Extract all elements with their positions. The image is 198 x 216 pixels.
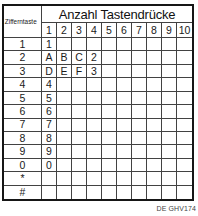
grid-cell — [162, 132, 177, 145]
grid-cell — [132, 92, 147, 105]
grid-cell — [132, 51, 147, 64]
grid-cell — [177, 145, 192, 158]
row-label: 0 — [4, 159, 42, 172]
column-header: 8 — [147, 23, 162, 38]
grid-cell — [147, 38, 162, 51]
grid-cell — [57, 38, 72, 51]
grid-cell — [72, 145, 87, 158]
column-header: 7 — [132, 23, 147, 38]
grid-cell — [132, 119, 147, 132]
corner-label-cell: Zifferntaste — [4, 6, 42, 38]
grid-cell — [57, 132, 72, 145]
grid-cell — [72, 78, 87, 91]
grid-cell — [117, 105, 132, 118]
grid-cell — [117, 51, 132, 64]
column-header: 5 — [102, 23, 117, 38]
grid-cell — [177, 38, 192, 51]
grid-cell — [57, 92, 72, 105]
grid-cell: 4 — [42, 78, 57, 91]
figure-caption: DE GHV174 — [157, 205, 196, 212]
grid-cell — [57, 172, 72, 185]
grid-cell — [147, 105, 162, 118]
grid-cell — [162, 186, 177, 199]
row-label: * — [4, 172, 42, 185]
grid-cell — [132, 105, 147, 118]
grid-cell — [87, 38, 102, 51]
grid-cell — [72, 132, 87, 145]
grid-cell — [162, 65, 177, 78]
grid-cell — [177, 172, 192, 185]
grid-cell — [117, 38, 132, 51]
grid-cell — [87, 145, 102, 158]
grid-cell — [147, 186, 162, 199]
column-header: 6 — [117, 23, 132, 38]
grid-cell — [162, 172, 177, 185]
grid-cell — [42, 172, 57, 185]
grid-cell — [102, 38, 117, 51]
grid-cell — [87, 92, 102, 105]
grid-cell — [132, 186, 147, 199]
grid-cell — [87, 159, 102, 172]
grid-cell — [117, 159, 132, 172]
grid-cell — [117, 92, 132, 105]
grid-cell — [57, 78, 72, 91]
grid-cell — [132, 78, 147, 91]
grid-cell — [72, 119, 87, 132]
grid-cell — [102, 105, 117, 118]
grid-cell — [87, 132, 102, 145]
grid-cell — [132, 132, 147, 145]
grid-cell — [132, 172, 147, 185]
grid-cell — [87, 119, 102, 132]
grid-cell — [117, 172, 132, 185]
grid-cell: 7 — [42, 119, 57, 132]
grid-cell — [102, 159, 117, 172]
grid-cell — [102, 119, 117, 132]
grid-cell — [177, 51, 192, 64]
grid-cell — [102, 65, 117, 78]
grid-cell: D — [42, 65, 57, 78]
grid-cell — [87, 78, 102, 91]
grid-cell: 3 — [87, 65, 102, 78]
grid-cell — [162, 51, 177, 64]
grid-cell: F — [72, 65, 87, 78]
grid-cell — [147, 65, 162, 78]
row-label: 6 — [4, 105, 42, 118]
grid-cell — [102, 92, 117, 105]
grid-cell — [147, 51, 162, 64]
table-title: Anzahl Tastendrücke — [42, 6, 192, 23]
grid-cell — [87, 105, 102, 118]
column-header: 2 — [57, 23, 72, 38]
grid-cell — [102, 132, 117, 145]
grid-cell — [177, 159, 192, 172]
row-label: 1 — [4, 38, 42, 51]
grid-cell — [72, 38, 87, 51]
grid-cell — [102, 51, 117, 64]
grid-cell — [147, 172, 162, 185]
row-label: 3 — [4, 65, 42, 78]
figure: Zifferntaste Anzahl Tastendrücke 1234567… — [0, 0, 198, 216]
grid-cell: 5 — [42, 92, 57, 105]
grid-cell — [162, 105, 177, 118]
grid-cell — [147, 145, 162, 158]
grid-cell — [147, 159, 162, 172]
grid-cell — [117, 65, 132, 78]
grid-cell — [162, 119, 177, 132]
grid-cell — [132, 38, 147, 51]
grid-cell: C — [72, 51, 87, 64]
grid-cell — [177, 65, 192, 78]
grid-cell — [102, 145, 117, 158]
grid-cell — [147, 119, 162, 132]
row-label: 7 — [4, 119, 42, 132]
grid-cell — [102, 186, 117, 199]
corner-label: Zifferntaste — [4, 18, 37, 26]
grid-cell — [87, 172, 102, 185]
grid-cell — [117, 186, 132, 199]
row-label: # — [4, 186, 42, 199]
grid-cell: 6 — [42, 105, 57, 118]
grid-cell — [162, 159, 177, 172]
column-header: 9 — [162, 23, 177, 38]
grid-cell: A — [42, 51, 57, 64]
grid-cell — [162, 38, 177, 51]
grid-cell — [117, 132, 132, 145]
grid-cell — [72, 159, 87, 172]
column-header: 4 — [87, 23, 102, 38]
grid-cell — [162, 92, 177, 105]
grid-cell — [57, 159, 72, 172]
grid-cell — [117, 78, 132, 91]
grid-cell — [42, 186, 57, 199]
grid-cell — [57, 145, 72, 158]
grid-cell — [57, 186, 72, 199]
grid-cell: 8 — [42, 132, 57, 145]
grid-cell — [102, 172, 117, 185]
grid-cell — [72, 172, 87, 185]
grid-cell — [132, 159, 147, 172]
grid-cell — [177, 119, 192, 132]
grid-cell — [132, 65, 147, 78]
column-header: 10 — [177, 23, 192, 38]
grid-cell — [132, 145, 147, 158]
grid-cell — [102, 78, 117, 91]
grid-cell — [177, 78, 192, 91]
row-label: 4 — [4, 78, 42, 91]
grid-cell — [72, 186, 87, 199]
grid-cell — [147, 92, 162, 105]
row-label: 5 — [4, 92, 42, 105]
grid-cell — [57, 105, 72, 118]
grid-cell: 0 — [42, 159, 57, 172]
keypress-table: Zifferntaste Anzahl Tastendrücke 1234567… — [2, 4, 194, 201]
grid-cell — [57, 119, 72, 132]
grid-cell: E — [57, 65, 72, 78]
grid-cell — [162, 78, 177, 91]
grid-cell: B — [57, 51, 72, 64]
column-header: 1 — [42, 23, 57, 38]
grid-cell — [177, 105, 192, 118]
grid-cell — [177, 92, 192, 105]
row-label: 2 — [4, 51, 42, 64]
grid-cell — [177, 186, 192, 199]
grid-cell — [117, 145, 132, 158]
row-label: 9 — [4, 145, 42, 158]
grid-cell — [87, 186, 102, 199]
grid-cell — [177, 132, 192, 145]
grid-cell — [72, 92, 87, 105]
grid-cell: 1 — [42, 38, 57, 51]
grid-cell — [162, 145, 177, 158]
grid-cell — [72, 105, 87, 118]
grid-cell: 2 — [87, 51, 102, 64]
grid-cell — [147, 132, 162, 145]
grid-cell — [117, 119, 132, 132]
row-label: 8 — [4, 132, 42, 145]
column-header: 3 — [72, 23, 87, 38]
grid-cell: 9 — [42, 145, 57, 158]
grid-cell — [147, 78, 162, 91]
